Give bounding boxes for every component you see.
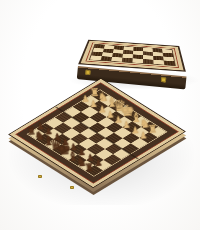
brass-clasp-icon: [161, 77, 166, 82]
box-checker-square: [143, 59, 154, 64]
product-photo: ♜♞♝♛♚♝♞♜♟♟♟♟♟♟♟♟♟♟♟♟♟♟♟♟♜♞♝♛♚♝♞♜: [0, 0, 200, 230]
square-h1: ♜: [149, 127, 166, 138]
brass-clasp-icon: [85, 70, 90, 75]
box-checker-square: [122, 58, 133, 63]
brass-hinge-icon: [70, 186, 74, 189]
closed-board-box: [76, 18, 198, 80]
closed-box-checkerboard: [89, 44, 176, 66]
box-checker-square: [153, 60, 164, 65]
box-checker-square: [164, 60, 175, 65]
piece-black-p: ♟: [31, 122, 50, 132]
box-checker-square: [111, 57, 122, 62]
box-checker-square: [132, 58, 143, 63]
brass-hinge-icon: [38, 175, 42, 178]
